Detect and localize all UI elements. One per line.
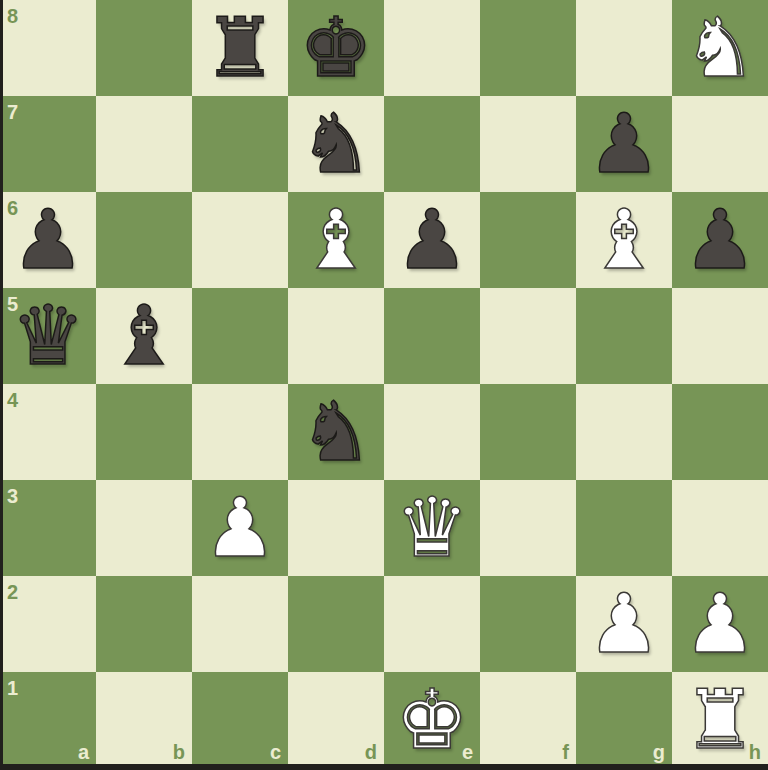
square-e2[interactable]: [384, 576, 480, 672]
square-h8[interactable]: ♞: [672, 0, 768, 96]
chess-board: 8♜♚♞7♞♟6♟♝♟♝♟5♛♝4♞3♟♛2♟♟1abcde♚fgh♜: [0, 0, 768, 768]
black-knight[interactable]: ♞: [299, 96, 373, 192]
square-d4[interactable]: ♞: [288, 384, 384, 480]
rank-label-5: 5: [7, 294, 18, 314]
square-h2[interactable]: ♟: [672, 576, 768, 672]
square-f4[interactable]: [480, 384, 576, 480]
white-bishop[interactable]: ♝: [587, 192, 661, 288]
square-h3[interactable]: [672, 480, 768, 576]
rank-label-1: 1: [7, 678, 18, 698]
square-f6[interactable]: [480, 192, 576, 288]
square-h7[interactable]: [672, 96, 768, 192]
square-c7[interactable]: [192, 96, 288, 192]
square-h6[interactable]: ♟: [672, 192, 768, 288]
rank-label-8: 8: [7, 6, 18, 26]
square-b3[interactable]: [96, 480, 192, 576]
white-queen[interactable]: ♛: [395, 480, 469, 576]
square-c6[interactable]: [192, 192, 288, 288]
square-a4[interactable]: 4: [0, 384, 96, 480]
square-e3[interactable]: ♛: [384, 480, 480, 576]
board-frame-left: [0, 0, 3, 770]
black-knight[interactable]: ♞: [299, 384, 373, 480]
square-f1[interactable]: f: [480, 672, 576, 768]
square-a7[interactable]: 7: [0, 96, 96, 192]
white-rook[interactable]: ♜: [683, 672, 757, 768]
black-queen[interactable]: ♛: [11, 288, 85, 384]
square-b6[interactable]: [96, 192, 192, 288]
file-label-h: h: [749, 742, 761, 762]
white-pawn[interactable]: ♟: [587, 576, 661, 672]
square-g4[interactable]: [576, 384, 672, 480]
square-d2[interactable]: [288, 576, 384, 672]
black-rook[interactable]: ♜: [203, 0, 277, 96]
square-b1[interactable]: b: [96, 672, 192, 768]
chess-app-screen: 8♜♚♞7♞♟6♟♝♟♝♟5♛♝4♞3♟♛2♟♟1abcde♚fgh♜: [0, 0, 768, 770]
square-g7[interactable]: ♟: [576, 96, 672, 192]
square-g5[interactable]: [576, 288, 672, 384]
square-f5[interactable]: [480, 288, 576, 384]
square-c1[interactable]: c: [192, 672, 288, 768]
square-c2[interactable]: [192, 576, 288, 672]
square-f7[interactable]: [480, 96, 576, 192]
square-e6[interactable]: ♟: [384, 192, 480, 288]
square-c5[interactable]: [192, 288, 288, 384]
square-a5[interactable]: 5♛: [0, 288, 96, 384]
white-king[interactable]: ♚: [395, 672, 469, 768]
file-label-e: e: [462, 742, 473, 762]
square-a6[interactable]: 6♟: [0, 192, 96, 288]
square-g3[interactable]: [576, 480, 672, 576]
black-king[interactable]: ♚: [299, 0, 373, 96]
black-pawn[interactable]: ♟: [395, 192, 469, 288]
file-label-a: a: [78, 742, 89, 762]
square-h1[interactable]: h♜: [672, 672, 768, 768]
square-f2[interactable]: [480, 576, 576, 672]
rank-label-2: 2: [7, 582, 18, 602]
square-e8[interactable]: [384, 0, 480, 96]
square-d6[interactable]: ♝: [288, 192, 384, 288]
square-c4[interactable]: [192, 384, 288, 480]
square-h5[interactable]: [672, 288, 768, 384]
file-label-d: d: [365, 742, 377, 762]
square-d8[interactable]: ♚: [288, 0, 384, 96]
white-bishop[interactable]: ♝: [299, 192, 373, 288]
black-pawn[interactable]: ♟: [11, 192, 85, 288]
file-label-g: g: [653, 742, 665, 762]
rank-label-3: 3: [7, 486, 18, 506]
rank-label-6: 6: [7, 198, 18, 218]
square-g1[interactable]: g: [576, 672, 672, 768]
square-d7[interactable]: ♞: [288, 96, 384, 192]
file-label-b: b: [173, 742, 185, 762]
file-label-f: f: [562, 742, 569, 762]
rank-label-7: 7: [7, 102, 18, 122]
square-a3[interactable]: 3: [0, 480, 96, 576]
square-h4[interactable]: [672, 384, 768, 480]
square-a1[interactable]: 1a: [0, 672, 96, 768]
square-b5[interactable]: ♝: [96, 288, 192, 384]
square-f3[interactable]: [480, 480, 576, 576]
square-a2[interactable]: 2: [0, 576, 96, 672]
square-f8[interactable]: [480, 0, 576, 96]
square-c3[interactable]: ♟: [192, 480, 288, 576]
black-bishop[interactable]: ♝: [107, 288, 181, 384]
black-pawn[interactable]: ♟: [587, 96, 661, 192]
square-b8[interactable]: [96, 0, 192, 96]
square-b7[interactable]: [96, 96, 192, 192]
file-label-c: c: [270, 742, 281, 762]
black-pawn[interactable]: ♟: [683, 192, 757, 288]
white-pawn[interactable]: ♟: [203, 480, 277, 576]
square-e7[interactable]: [384, 96, 480, 192]
square-a8[interactable]: 8: [0, 0, 96, 96]
square-e1[interactable]: e♚: [384, 672, 480, 768]
square-b4[interactable]: [96, 384, 192, 480]
square-e5[interactable]: [384, 288, 480, 384]
square-d3[interactable]: [288, 480, 384, 576]
square-e4[interactable]: [384, 384, 480, 480]
square-c8[interactable]: ♜: [192, 0, 288, 96]
square-g8[interactable]: [576, 0, 672, 96]
board-frame-bottom: [0, 764, 768, 770]
square-d5[interactable]: [288, 288, 384, 384]
white-knight[interactable]: ♞: [683, 0, 757, 96]
square-g2[interactable]: ♟: [576, 576, 672, 672]
white-pawn[interactable]: ♟: [683, 576, 757, 672]
square-b2[interactable]: [96, 576, 192, 672]
square-d1[interactable]: d: [288, 672, 384, 768]
rank-label-4: 4: [7, 390, 18, 410]
square-g6[interactable]: ♝: [576, 192, 672, 288]
